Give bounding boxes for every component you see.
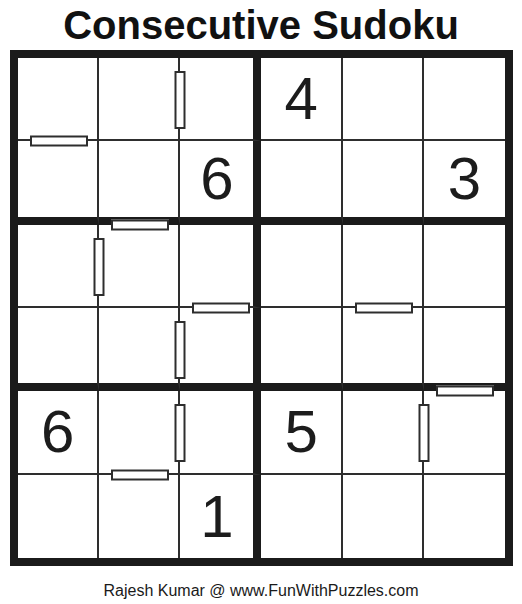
cell-r2c1[interactable] — [18, 141, 99, 224]
cell-r3c6[interactable] — [424, 225, 505, 308]
cell-r2c2[interactable] — [99, 141, 180, 224]
cell-r6c1[interactable] — [18, 475, 99, 558]
cell-r2c6[interactable]: 3 — [424, 141, 505, 224]
consecutive-marker — [192, 303, 250, 314]
cell-r5c1[interactable]: 6 — [18, 391, 99, 474]
consecutive-marker — [419, 404, 430, 462]
consecutive-marker — [111, 469, 169, 480]
cell-r4c6[interactable] — [424, 308, 505, 391]
cell-r4c5[interactable] — [343, 308, 424, 391]
cell-r3c3[interactable] — [180, 225, 261, 308]
consecutive-marker — [436, 386, 494, 397]
cell-r2c4[interactable] — [261, 141, 342, 224]
cell-r4c2[interactable] — [99, 308, 180, 391]
cell-r6c5[interactable] — [343, 475, 424, 558]
cell-r6c6[interactable] — [424, 475, 505, 558]
cell-r1c3[interactable] — [180, 58, 261, 141]
cell-r5c6[interactable] — [424, 391, 505, 474]
cell-r3c4[interactable] — [261, 225, 342, 308]
consecutive-marker — [355, 303, 413, 314]
consecutive-marker — [175, 404, 186, 462]
cell-r4c4[interactable] — [261, 308, 342, 391]
cell-r5c3[interactable] — [180, 391, 261, 474]
cell-r5c4[interactable]: 5 — [261, 391, 342, 474]
cell-r3c5[interactable] — [343, 225, 424, 308]
cell-r4c1[interactable] — [18, 308, 99, 391]
sudoku-board: 463651 — [10, 50, 513, 566]
cell-r3c2[interactable] — [99, 225, 180, 308]
footer-credit: Rajesh Kumar @ www.FunWithPuzzles.com — [0, 582, 522, 600]
consecutive-marker — [111, 219, 169, 230]
cell-r6c4[interactable] — [261, 475, 342, 558]
cell-r5c5[interactable] — [343, 391, 424, 474]
cell-r2c3[interactable]: 6 — [180, 141, 261, 224]
consecutive-marker — [30, 136, 88, 147]
cell-r6c3[interactable]: 1 — [180, 475, 261, 558]
consecutive-marker — [94, 238, 105, 296]
cell-r1c2[interactable] — [99, 58, 180, 141]
cell-r6c2[interactable] — [99, 475, 180, 558]
cell-r4c3[interactable] — [180, 308, 261, 391]
page-title: Consecutive Sudoku — [0, 0, 522, 50]
consecutive-marker — [175, 71, 186, 129]
cell-r1c4[interactable]: 4 — [261, 58, 342, 141]
cell-r1c1[interactable] — [18, 58, 99, 141]
cell-r1c6[interactable] — [424, 58, 505, 141]
cell-r2c5[interactable] — [343, 141, 424, 224]
cell-r3c1[interactable] — [18, 225, 99, 308]
consecutive-marker — [175, 321, 186, 379]
cell-r5c2[interactable] — [99, 391, 180, 474]
cell-r1c5[interactable] — [343, 58, 424, 141]
